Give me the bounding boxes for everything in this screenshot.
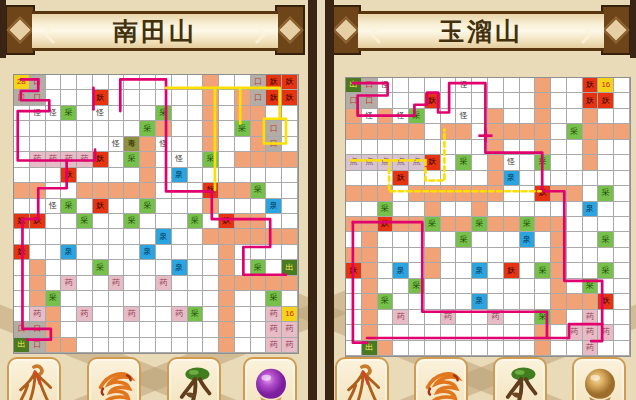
grid-cell[interactable]	[409, 78, 425, 93]
grid-cell[interactable]	[203, 168, 219, 183]
grid-cell[interactable]	[77, 276, 93, 291]
item-slot[interactable]	[7, 357, 61, 400]
grid-cell[interactable]	[282, 121, 298, 136]
grid-cell[interactable]	[614, 202, 630, 217]
grid-cell[interactable]	[93, 276, 109, 291]
grid-cell[interactable]	[156, 214, 172, 229]
grid-cell[interactable]	[188, 276, 204, 291]
grid-cell[interactable]	[203, 338, 219, 353]
grid-cell[interactable]	[124, 291, 140, 306]
grid-cell[interactable]	[203, 121, 219, 136]
grid-cell[interactable]	[425, 202, 441, 217]
grid-cell[interactable]: 妖	[61, 168, 77, 183]
grid-cell[interactable]	[472, 279, 488, 294]
grid-cell[interactable]	[567, 279, 583, 294]
grid-cell[interactable]: 口	[251, 90, 267, 105]
grid-cell[interactable]: 妖	[598, 294, 614, 309]
grid-cell[interactable]: 泉	[140, 245, 156, 260]
grid-cell[interactable]	[282, 229, 298, 244]
grid-cell[interactable]	[219, 260, 235, 275]
grid-cell[interactable]: 采	[598, 232, 614, 247]
grid-cell[interactable]: 妖	[583, 93, 599, 108]
item-slot[interactable]	[243, 357, 297, 400]
grid-cell[interactable]	[188, 322, 204, 337]
grid-cell[interactable]	[14, 152, 30, 167]
grid-cell[interactable]	[393, 325, 409, 340]
grid-cell[interactable]: 采	[235, 121, 251, 136]
item-slot[interactable]	[572, 357, 626, 400]
grid-cell[interactable]	[203, 137, 219, 152]
grid-cell[interactable]	[251, 168, 267, 183]
grid-cell[interactable]	[30, 199, 46, 214]
grid-cell[interactable]: 药	[583, 325, 599, 340]
grid-cell[interactable]	[124, 121, 140, 136]
grid-cell[interactable]	[219, 106, 235, 121]
grid-cell[interactable]	[441, 341, 457, 356]
grid-cell[interactable]	[172, 338, 188, 353]
grid-cell[interactable]	[520, 93, 536, 108]
grid-cell[interactable]	[567, 93, 583, 108]
grid-cell[interactable]	[109, 121, 125, 136]
grid-cell[interactable]	[456, 186, 472, 201]
grid-cell[interactable]: 采	[425, 217, 441, 232]
grid-cell[interactable]	[282, 199, 298, 214]
grid-cell[interactable]	[140, 168, 156, 183]
grid-cell[interactable]	[46, 137, 62, 152]
grid-cell[interactable]: 药	[30, 307, 46, 322]
grid-cell[interactable]	[551, 248, 567, 263]
grid-cell[interactable]	[409, 202, 425, 217]
grid-cell[interactable]	[456, 202, 472, 217]
grid-cell[interactable]	[282, 168, 298, 183]
grid-cell[interactable]	[409, 248, 425, 263]
grid-cell[interactable]: 药	[77, 307, 93, 322]
grid-cell[interactable]	[441, 78, 457, 93]
grid-cell[interactable]	[77, 229, 93, 244]
grid-cell[interactable]	[61, 183, 77, 198]
grid-cell[interactable]	[378, 310, 394, 325]
grid-cell[interactable]	[551, 294, 567, 309]
grid-cell[interactable]	[441, 263, 457, 278]
grid-cell[interactable]	[109, 245, 125, 260]
grid-cell[interactable]	[472, 202, 488, 217]
grid-cell[interactable]: 药	[282, 322, 298, 337]
grid-cell[interactable]	[251, 338, 267, 353]
grid-cell[interactable]	[488, 124, 504, 139]
grid-cell[interactable]	[504, 186, 520, 201]
grid-cell[interactable]	[551, 325, 567, 340]
grid-cell[interactable]	[520, 279, 536, 294]
grid-cell[interactable]	[456, 124, 472, 139]
grid-cell[interactable]: 16	[598, 78, 614, 93]
grid-cell[interactable]	[441, 325, 457, 340]
grid-cell[interactable]: 点	[346, 155, 362, 170]
grid-cell[interactable]	[425, 294, 441, 309]
grid-cell[interactable]	[203, 245, 219, 260]
grid-cell[interactable]	[30, 245, 46, 260]
grid-cell[interactable]: 怪	[504, 155, 520, 170]
grid-cell[interactable]	[156, 307, 172, 322]
grid-cell[interactable]	[598, 140, 614, 155]
grid-cell[interactable]	[441, 186, 457, 201]
grid-cell[interactable]	[251, 199, 267, 214]
grid-cell[interactable]	[156, 90, 172, 105]
grid-cell[interactable]	[219, 137, 235, 152]
grid-cell[interactable]	[583, 109, 599, 124]
grid-cell[interactable]	[409, 232, 425, 247]
grid-cell[interactable]	[504, 109, 520, 124]
grid-cell[interactable]	[409, 341, 425, 356]
grid-cell[interactable]: 口	[30, 322, 46, 337]
grid-cell[interactable]	[614, 140, 630, 155]
grid-cell[interactable]	[140, 260, 156, 275]
grid-cell[interactable]	[393, 186, 409, 201]
grid-cell[interactable]: 怪	[93, 106, 109, 121]
grid-cell[interactable]: 药	[266, 307, 282, 322]
grid-cell[interactable]	[378, 341, 394, 356]
grid-cell[interactable]	[346, 217, 362, 232]
grid-cell[interactable]	[598, 279, 614, 294]
grid-cell[interactable]	[124, 229, 140, 244]
grid-cell[interactable]	[30, 229, 46, 244]
grid-cell[interactable]: 采	[535, 155, 551, 170]
grid-cell[interactable]	[61, 90, 77, 105]
grid-cell[interactable]	[109, 307, 125, 322]
grid-cell[interactable]	[219, 75, 235, 90]
grid-cell[interactable]	[188, 260, 204, 275]
grid-cell[interactable]: 药	[567, 325, 583, 340]
grid-cell[interactable]	[598, 310, 614, 325]
grid-cell[interactable]	[393, 93, 409, 108]
grid-cell[interactable]	[551, 279, 567, 294]
grid-cell[interactable]	[362, 279, 378, 294]
grid-cell[interactable]: 妖	[583, 78, 599, 93]
grid-cell[interactable]: 妖	[346, 263, 362, 278]
grid-cell[interactable]	[77, 291, 93, 306]
grid-cell[interactable]	[346, 341, 362, 356]
grid-cell[interactable]: 口	[14, 90, 30, 105]
grid-cell[interactable]	[504, 124, 520, 139]
grid-cell[interactable]	[203, 75, 219, 90]
grid-cell[interactable]	[93, 121, 109, 136]
grid-cell[interactable]	[551, 124, 567, 139]
grid-cell[interactable]	[535, 140, 551, 155]
grid-cell[interactable]	[251, 245, 267, 260]
grid-cell[interactable]	[140, 291, 156, 306]
grid-cell[interactable]	[472, 325, 488, 340]
grid-cell[interactable]	[614, 171, 630, 186]
grid-cell[interactable]	[393, 341, 409, 356]
grid-cell[interactable]: 妖	[93, 199, 109, 214]
item-slot[interactable]	[167, 357, 221, 400]
map-grid-nantianshan[interactable]: 28口口妖妖口口妖口妖妖怪怪采怪采采采口怪毒怪口药药药药妖采怪采妖泉妖采怪采妖采…	[13, 74, 299, 354]
grid-cell[interactable]	[456, 217, 472, 232]
grid-cell[interactable]	[583, 294, 599, 309]
grid-cell[interactable]	[504, 310, 520, 325]
grid-cell[interactable]	[46, 260, 62, 275]
grid-cell[interactable]	[346, 140, 362, 155]
grid-cell[interactable]	[14, 229, 30, 244]
grid-cell[interactable]: 采	[251, 183, 267, 198]
grid-cell[interactable]	[346, 124, 362, 139]
grid-cell[interactable]	[93, 183, 109, 198]
grid-cell[interactable]	[488, 341, 504, 356]
grid-cell[interactable]	[140, 90, 156, 105]
grid-cell[interactable]: 泉	[504, 171, 520, 186]
grid-cell[interactable]	[614, 279, 630, 294]
grid-cell[interactable]	[140, 322, 156, 337]
grid-cell[interactable]	[535, 248, 551, 263]
grid-cell[interactable]	[203, 260, 219, 275]
grid-cell[interactable]	[140, 276, 156, 291]
grid-cell[interactable]	[456, 325, 472, 340]
grid-cell[interactable]: 怪	[378, 78, 394, 93]
grid-cell[interactable]	[535, 124, 551, 139]
grid-cell[interactable]	[567, 263, 583, 278]
grid-cell[interactable]	[14, 276, 30, 291]
grid-cell[interactable]	[614, 78, 630, 93]
grid-cell[interactable]	[109, 106, 125, 121]
grid-cell[interactable]	[504, 140, 520, 155]
grid-cell[interactable]	[441, 248, 457, 263]
grid-cell[interactable]: 妖	[282, 90, 298, 105]
grid-cell[interactable]	[77, 199, 93, 214]
grid-cell[interactable]	[362, 294, 378, 309]
grid-cell[interactable]	[598, 155, 614, 170]
grid-cell[interactable]: 采	[124, 152, 140, 167]
grid-cell[interactable]	[488, 78, 504, 93]
grid-cell[interactable]	[235, 90, 251, 105]
grid-cell[interactable]	[14, 106, 30, 121]
grid-cell[interactable]: 药	[46, 152, 62, 167]
grid-cell[interactable]	[251, 137, 267, 152]
item-slot[interactable]	[87, 357, 141, 400]
grid-cell[interactable]	[441, 232, 457, 247]
grid-cell[interactable]	[188, 229, 204, 244]
grid-cell[interactable]	[441, 155, 457, 170]
grid-cell[interactable]	[172, 229, 188, 244]
grid-cell[interactable]	[567, 155, 583, 170]
grid-cell[interactable]: 泉	[472, 263, 488, 278]
grid-cell[interactable]	[535, 217, 551, 232]
grid-cell[interactable]	[535, 279, 551, 294]
grid-cell[interactable]	[567, 171, 583, 186]
grid-cell[interactable]	[77, 245, 93, 260]
grid-cell[interactable]	[409, 93, 425, 108]
grid-cell[interactable]: 妖	[219, 214, 235, 229]
grid-cell[interactable]: 采	[251, 260, 267, 275]
grid-cell[interactable]	[488, 263, 504, 278]
grid-cell[interactable]	[172, 183, 188, 198]
grid-cell[interactable]: 点	[393, 155, 409, 170]
grid-cell[interactable]: 采	[156, 106, 172, 121]
grid-cell[interactable]	[378, 263, 394, 278]
grid-cell[interactable]: 泉	[583, 202, 599, 217]
grid-cell[interactable]	[140, 137, 156, 152]
item-slot[interactable]	[335, 357, 389, 400]
map-grid-yuliushan[interactable]: 出口怪怪妖16口口妖妖妖怪怪采怪采点点点点点妖采怪采妖泉妖采采泉妖采采采采泉采妖…	[345, 77, 631, 357]
grid-cell[interactable]	[583, 186, 599, 201]
grid-cell[interactable]: 妖	[425, 155, 441, 170]
grid-cell[interactable]	[535, 171, 551, 186]
grid-cell[interactable]: 妖	[598, 93, 614, 108]
grid-cell[interactable]	[614, 155, 630, 170]
grid-cell[interactable]	[409, 140, 425, 155]
grid-cell[interactable]	[393, 202, 409, 217]
grid-cell[interactable]	[409, 124, 425, 139]
grid-cell[interactable]	[598, 109, 614, 124]
grid-cell[interactable]	[140, 152, 156, 167]
grid-cell[interactable]	[567, 140, 583, 155]
grid-cell[interactable]	[567, 202, 583, 217]
grid-cell[interactable]	[598, 124, 614, 139]
grid-cell[interactable]	[378, 93, 394, 108]
grid-cell[interactable]	[551, 186, 567, 201]
grid-cell[interactable]	[551, 202, 567, 217]
grid-cell[interactable]	[551, 263, 567, 278]
grid-cell[interactable]	[551, 78, 567, 93]
grid-cell[interactable]	[77, 90, 93, 105]
grid-cell[interactable]	[409, 325, 425, 340]
grid-cell[interactable]	[188, 291, 204, 306]
grid-cell[interactable]	[188, 338, 204, 353]
grid-cell[interactable]	[535, 202, 551, 217]
grid-cell[interactable]	[393, 279, 409, 294]
grid-cell[interactable]	[504, 202, 520, 217]
grid-cell[interactable]: 妖	[266, 90, 282, 105]
grid-cell[interactable]	[567, 341, 583, 356]
grid-cell[interactable]	[140, 183, 156, 198]
grid-cell[interactable]	[219, 338, 235, 353]
grid-cell[interactable]: 采	[472, 217, 488, 232]
grid-cell[interactable]	[235, 168, 251, 183]
grid-cell[interactable]	[520, 202, 536, 217]
grid-cell[interactable]	[203, 276, 219, 291]
grid-cell[interactable]	[488, 232, 504, 247]
grid-cell[interactable]	[30, 168, 46, 183]
grid-cell[interactable]: 毒	[124, 137, 140, 152]
grid-cell[interactable]: 口	[266, 121, 282, 136]
grid-cell[interactable]	[378, 232, 394, 247]
grid-cell[interactable]	[472, 341, 488, 356]
grid-cell[interactable]	[14, 307, 30, 322]
grid-cell[interactable]: 怪	[172, 152, 188, 167]
grid-cell[interactable]	[472, 186, 488, 201]
grid-cell[interactable]	[14, 260, 30, 275]
grid-cell[interactable]	[172, 291, 188, 306]
grid-cell[interactable]	[251, 322, 267, 337]
grid-cell[interactable]	[219, 152, 235, 167]
grid-cell[interactable]	[156, 168, 172, 183]
grid-cell[interactable]	[109, 168, 125, 183]
grid-cell[interactable]	[14, 121, 30, 136]
grid-cell[interactable]	[235, 183, 251, 198]
grid-cell[interactable]	[235, 214, 251, 229]
grid-cell[interactable]	[362, 202, 378, 217]
grid-cell[interactable]: 采	[61, 199, 77, 214]
grid-cell[interactable]	[598, 171, 614, 186]
grid-cell[interactable]	[567, 109, 583, 124]
grid-cell[interactable]	[425, 279, 441, 294]
grid-cell[interactable]: 采	[583, 279, 599, 294]
grid-cell[interactable]	[46, 276, 62, 291]
grid-cell[interactable]	[266, 183, 282, 198]
grid-cell[interactable]: 采	[520, 217, 536, 232]
grid-cell[interactable]	[140, 106, 156, 121]
grid-cell[interactable]	[219, 121, 235, 136]
grid-cell[interactable]	[472, 171, 488, 186]
grid-cell[interactable]	[567, 310, 583, 325]
grid-cell[interactable]	[567, 248, 583, 263]
grid-cell[interactable]	[409, 217, 425, 232]
grid-cell[interactable]: 药	[282, 338, 298, 353]
grid-cell[interactable]: 怪	[456, 109, 472, 124]
grid-cell[interactable]: 泉	[393, 263, 409, 278]
grid-cell[interactable]: 出	[346, 78, 362, 93]
grid-cell[interactable]	[520, 325, 536, 340]
grid-cell[interactable]	[583, 155, 599, 170]
grid-cell[interactable]: 采	[188, 214, 204, 229]
grid-cell[interactable]	[251, 121, 267, 136]
grid-cell[interactable]: 口	[30, 90, 46, 105]
grid-cell[interactable]	[172, 276, 188, 291]
grid-cell[interactable]: 采	[46, 291, 62, 306]
grid-cell[interactable]	[551, 341, 567, 356]
grid-cell[interactable]: 怪	[393, 109, 409, 124]
grid-cell[interactable]	[219, 307, 235, 322]
grid-cell[interactable]: 采	[140, 121, 156, 136]
grid-cell[interactable]	[346, 325, 362, 340]
grid-cell[interactable]	[425, 263, 441, 278]
grid-cell[interactable]	[362, 248, 378, 263]
grid-cell[interactable]	[520, 171, 536, 186]
grid-cell[interactable]: 怪	[362, 109, 378, 124]
grid-cell[interactable]	[282, 214, 298, 229]
grid-cell[interactable]	[583, 171, 599, 186]
grid-cell[interactable]: 采	[378, 202, 394, 217]
grid-cell[interactable]	[535, 294, 551, 309]
grid-cell[interactable]: 妖	[535, 186, 551, 201]
grid-cell[interactable]	[109, 214, 125, 229]
grid-cell[interactable]	[583, 140, 599, 155]
grid-cell[interactable]	[441, 109, 457, 124]
grid-cell[interactable]	[124, 338, 140, 353]
grid-cell[interactable]	[425, 124, 441, 139]
grid-cell[interactable]	[14, 137, 30, 152]
grid-cell[interactable]	[614, 93, 630, 108]
grid-cell[interactable]	[188, 90, 204, 105]
grid-cell[interactable]: 采	[77, 214, 93, 229]
grid-cell[interactable]	[172, 106, 188, 121]
grid-cell[interactable]	[362, 186, 378, 201]
grid-cell[interactable]	[520, 155, 536, 170]
grid-cell[interactable]	[520, 186, 536, 201]
grid-cell[interactable]: 怪	[456, 78, 472, 93]
grid-cell[interactable]	[504, 217, 520, 232]
grid-cell[interactable]: 妖	[282, 75, 298, 90]
grid-cell[interactable]: 药	[172, 307, 188, 322]
grid-cell[interactable]	[46, 307, 62, 322]
grid-cell[interactable]	[598, 341, 614, 356]
grid-cell[interactable]: 采	[598, 186, 614, 201]
grid-cell[interactable]	[156, 152, 172, 167]
grid-cell[interactable]: 药	[156, 276, 172, 291]
grid-cell[interactable]: 药	[61, 152, 77, 167]
grid-cell[interactable]: 采	[378, 294, 394, 309]
grid-cell[interactable]: 泉	[520, 232, 536, 247]
grid-cell[interactable]	[346, 232, 362, 247]
grid-cell[interactable]	[504, 325, 520, 340]
